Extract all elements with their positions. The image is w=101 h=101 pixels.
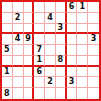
- sudoku-given-r2c2[interactable]: 2: [13, 13, 24, 24]
- sudoku-cell-r5c9[interactable]: [88, 45, 99, 56]
- sudoku-cell-r7c7[interactable]: [67, 67, 78, 78]
- sudoku-cell-r1c9[interactable]: [88, 2, 99, 13]
- sudoku-cell-r8c4[interactable]: [34, 77, 45, 88]
- sudoku-given-r6c4[interactable]: 1: [34, 56, 45, 67]
- sudoku-cell-r6c8[interactable]: [77, 56, 88, 67]
- sudoku-cell-r8c8[interactable]: [77, 77, 88, 88]
- sudoku-cell-r9c6[interactable]: [56, 88, 67, 99]
- sudoku-cell-r9c3[interactable]: [24, 88, 35, 99]
- sudoku-cell-r4c1[interactable]: [2, 34, 13, 45]
- sudoku-cell-r2c1[interactable]: [2, 13, 13, 24]
- sudoku-cell-r2c4[interactable]: [34, 13, 45, 24]
- sudoku-cell-r9c7[interactable]: [67, 88, 78, 99]
- sudoku-given-r1c7[interactable]: 6: [67, 2, 78, 13]
- sudoku-given-r7c4[interactable]: 6: [34, 67, 45, 78]
- sudoku-cell-r4c4[interactable]: [34, 34, 45, 45]
- sudoku-cell-r2c3[interactable]: [24, 13, 35, 24]
- sudoku-given-r8c5[interactable]: 2: [45, 77, 56, 88]
- sudoku-cell-r4c5[interactable]: [45, 34, 56, 45]
- sudoku-cell-r8c1[interactable]: [2, 77, 13, 88]
- sudoku-cell-r1c3[interactable]: [24, 2, 35, 13]
- sudoku-cell-r7c9[interactable]: [88, 67, 99, 78]
- sudoku-given-r8c7[interactable]: 3: [67, 77, 78, 88]
- sudoku-cell-r8c3[interactable]: [24, 77, 35, 88]
- sudoku-cell-r6c3[interactable]: [24, 56, 35, 67]
- sudoku-given-r6c6[interactable]: 8: [56, 56, 67, 67]
- sudoku-cell-r5c7[interactable]: [67, 45, 78, 56]
- sudoku-cell-r9c9[interactable]: [88, 88, 99, 99]
- sudoku-cell-r8c2[interactable]: [13, 77, 24, 88]
- sudoku-cell-r6c9[interactable]: [88, 56, 99, 67]
- sudoku-cell-r3c7[interactable]: [67, 24, 78, 35]
- sudoku-given-r4c2[interactable]: 4: [13, 34, 24, 45]
- sudoku-cell-r3c1[interactable]: [2, 24, 13, 35]
- sudoku-cell-r4c7[interactable]: [67, 34, 78, 45]
- sudoku-given-r5c1[interactable]: 5: [2, 45, 13, 56]
- sudoku-cell-r9c4[interactable]: [34, 88, 45, 99]
- sudoku-cell-r4c8[interactable]: [77, 34, 88, 45]
- sudoku-cell-r2c6[interactable]: [56, 13, 67, 24]
- sudoku-cell-r2c8[interactable]: [77, 13, 88, 24]
- sudoku-cell-r1c5[interactable]: [45, 2, 56, 13]
- sudoku-cell-r3c2[interactable]: [13, 24, 24, 35]
- sudoku-given-r2c5[interactable]: 4: [45, 13, 56, 24]
- sudoku-cell-r9c8[interactable]: [77, 88, 88, 99]
- sudoku-cell-r3c5[interactable]: [45, 24, 56, 35]
- sudoku-cell-r5c2[interactable]: [13, 45, 24, 56]
- sudoku-cell-r5c6[interactable]: [56, 45, 67, 56]
- sudoku-cell-r6c5[interactable]: [45, 56, 56, 67]
- sudoku-cell-r3c9[interactable]: [88, 24, 99, 35]
- sudoku-cell-r1c6[interactable]: [56, 2, 67, 13]
- sudoku-cell-r1c1[interactable]: [2, 2, 13, 13]
- sudoku-cell-r6c2[interactable]: [13, 56, 24, 67]
- sudoku-board: 61243493571816238: [0, 0, 101, 101]
- sudoku-cell-r3c4[interactable]: [34, 24, 45, 35]
- sudoku-cell-r9c5[interactable]: [45, 88, 56, 99]
- sudoku-cell-r7c5[interactable]: [45, 67, 56, 78]
- sudoku-cell-r8c6[interactable]: [56, 77, 67, 88]
- sudoku-cell-r4c6[interactable]: [56, 34, 67, 45]
- sudoku-cell-r3c8[interactable]: [77, 24, 88, 35]
- sudoku-given-r1c8[interactable]: 1: [77, 2, 88, 13]
- sudoku-cell-r5c8[interactable]: [77, 45, 88, 56]
- sudoku-cell-r7c8[interactable]: [77, 67, 88, 78]
- sudoku-cell-r2c7[interactable]: [67, 13, 78, 24]
- sudoku-cell-r9c2[interactable]: [13, 88, 24, 99]
- sudoku-given-r4c3[interactable]: 9: [24, 34, 35, 45]
- sudoku-given-r7c1[interactable]: 1: [2, 67, 13, 78]
- sudoku-given-r5c4[interactable]: 7: [34, 45, 45, 56]
- sudoku-cell-r2c9[interactable]: [88, 13, 99, 24]
- sudoku-cell-r1c2[interactable]: [13, 2, 24, 13]
- sudoku-cell-r5c3[interactable]: [24, 45, 35, 56]
- sudoku-cell-r5c5[interactable]: [45, 45, 56, 56]
- sudoku-cell-r1c4[interactable]: [34, 2, 45, 13]
- sudoku-cell-r3c3[interactable]: [24, 24, 35, 35]
- sudoku-cell-r7c6[interactable]: [56, 67, 67, 78]
- sudoku-given-r3c6[interactable]: 3: [56, 24, 67, 35]
- sudoku-cell-r7c2[interactable]: [13, 67, 24, 78]
- sudoku-given-r4c9[interactable]: 3: [88, 34, 99, 45]
- sudoku-cell-r6c7[interactable]: [67, 56, 78, 67]
- sudoku-given-r9c1[interactable]: 8: [2, 88, 13, 99]
- sudoku-cell-r6c1[interactable]: [2, 56, 13, 67]
- sudoku-cell-r8c9[interactable]: [88, 77, 99, 88]
- sudoku-cell-r7c3[interactable]: [24, 67, 35, 78]
